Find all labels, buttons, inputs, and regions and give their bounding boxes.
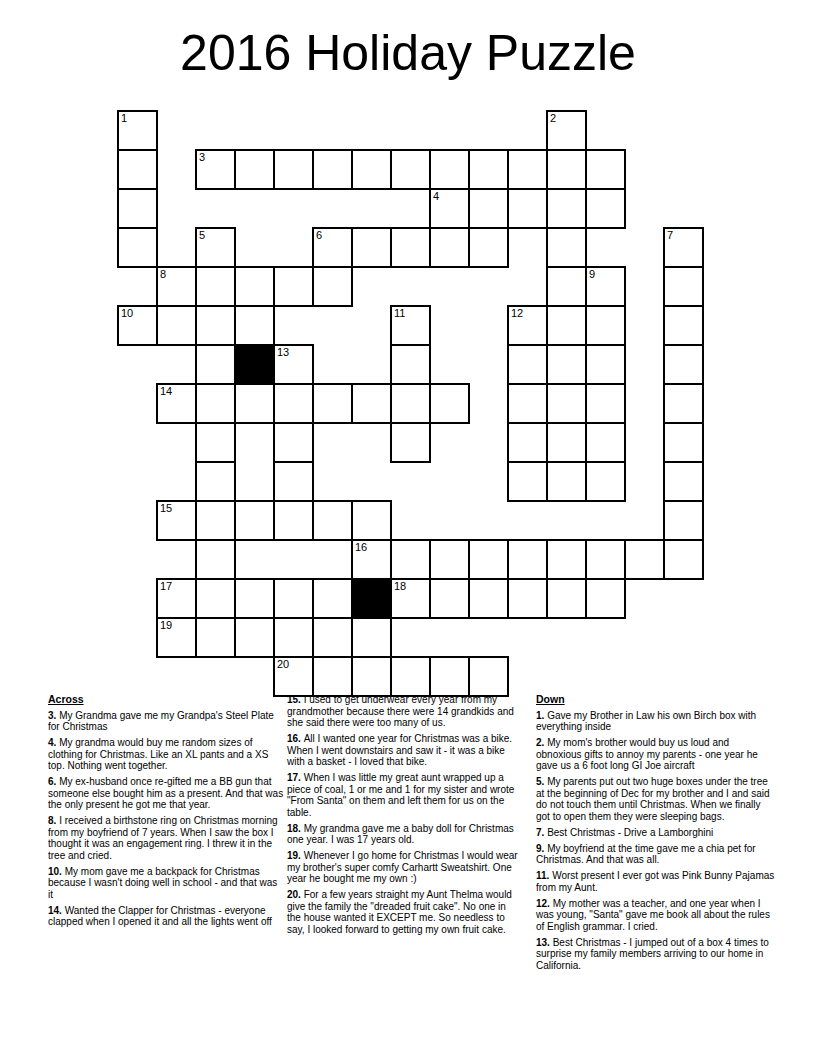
clue-down-11: 11. Worst present I ever got was Pink Bu… — [536, 870, 776, 893]
clue-number: 2. — [536, 737, 547, 748]
clue-across-3: 3. My Grandma gave me my Grandpa's Steel… — [48, 710, 284, 733]
grid-cell[interactable] — [117, 227, 158, 268]
grid-cell[interactable] — [468, 149, 509, 190]
clue-down-2: 2. My mom's brother would buy us loud an… — [536, 737, 776, 772]
grid-cell[interactable] — [312, 149, 353, 190]
cell-number: 12 — [511, 308, 523, 319]
grid-cell[interactable] — [195, 344, 236, 385]
clue-number: 5. — [536, 776, 547, 787]
clue-number: 20. — [287, 889, 304, 900]
clue-across-10: 10. My mom gave me a backpack for Christ… — [48, 866, 284, 901]
clue-column-across-1: Across3. My Grandma gave me my Grandpa's… — [48, 694, 284, 932]
clue-down-1: 1. Gave my Brother in Law his own Birch … — [536, 710, 776, 733]
cell-number: 6 — [316, 230, 322, 241]
clue-number: 19. — [287, 850, 304, 861]
clue-text: Best Christmas - Drive a Lamborghini — [547, 827, 713, 838]
grid-cell[interactable] — [585, 305, 626, 346]
clue-across-8: 8. I received a birthstone ring on Chris… — [48, 815, 284, 861]
grid-cell[interactable] — [195, 383, 236, 424]
clue-text: My mom gave me a backpack for Christmas … — [48, 866, 277, 900]
clue-text: My parents put out two huge boxes under … — [536, 776, 769, 822]
cell-number: 4 — [433, 191, 439, 202]
grid-cell[interactable] — [663, 422, 704, 463]
grid-cell[interactable] — [507, 149, 548, 190]
clue-across-18: 18. My grandma gave me a baby doll for C… — [287, 823, 521, 846]
grid-cell[interactable] — [429, 227, 470, 268]
grid-cell[interactable] — [351, 227, 392, 268]
grid-cell[interactable] — [468, 227, 509, 268]
clue-number: 7. — [536, 827, 547, 838]
clue-number: 3. — [48, 710, 59, 721]
clue-number: 8. — [48, 815, 59, 826]
cell-number: 8 — [160, 269, 166, 280]
page-title: 2016 Holiday Puzzle — [0, 24, 816, 82]
clue-text: When I was little my great aunt wrapped … — [287, 772, 514, 818]
clue-down-9: 9. My boyfriend at the time gave me a ch… — [536, 843, 776, 866]
grid-cell[interactable] — [663, 539, 704, 580]
clue-text: My grandma gave me a baby doll for Chris… — [287, 823, 514, 846]
grid-cell[interactable] — [273, 500, 314, 541]
grid-cell[interactable] — [546, 422, 587, 463]
grid-cell[interactable] — [234, 266, 275, 307]
grid-cell[interactable] — [195, 461, 236, 502]
clue-text: My ex-husband once re-gifted me a BB gun… — [48, 776, 283, 810]
grid-cell[interactable] — [351, 383, 392, 424]
grid-cell[interactable] — [546, 461, 587, 502]
grid-cell[interactable] — [546, 539, 587, 580]
black-cell — [351, 578, 392, 619]
clue-down-13: 13. Best Christmas - I jumped out of a b… — [536, 937, 776, 972]
grid-cell[interactable] — [312, 500, 353, 541]
grid-cell[interactable] — [429, 383, 470, 424]
grid-cell[interactable] — [117, 188, 158, 229]
grid-cell[interactable] — [585, 539, 626, 580]
clue-text: My mother was a teacher, and one year wh… — [536, 898, 770, 932]
clue-text: My grandma would buy me random sizes of … — [48, 737, 268, 771]
grid-cell[interactable] — [585, 149, 626, 190]
clue-text: Best Christmas - I jumped out of a box 4… — [536, 937, 769, 971]
grid-cell[interactable] — [390, 422, 431, 463]
grid-cell[interactable] — [663, 461, 704, 502]
clue-number: 18. — [287, 823, 304, 834]
clue-number: 4. — [48, 737, 59, 748]
clue-column-down: Down1. Gave my Brother in Law his own Bi… — [536, 694, 776, 976]
grid-cell[interactable] — [546, 344, 587, 385]
clue-down-5: 5. My parents put out two huge boxes und… — [536, 776, 776, 822]
cell-number: 20 — [277, 659, 289, 670]
clue-number: 6. — [48, 776, 59, 787]
cell-number: 11 — [394, 308, 405, 319]
cell-number: 10 — [121, 308, 133, 319]
grid-cell[interactable] — [195, 266, 236, 307]
clue-text: Whenever I go home for Christmas I would… — [287, 850, 518, 884]
clue-text: All I wanted one year for Christmas was … — [287, 733, 512, 767]
cell-number: 19 — [160, 620, 172, 631]
grid-cell[interactable] — [273, 422, 314, 463]
grid-cell[interactable] — [663, 344, 704, 385]
cell-number: 5 — [199, 230, 205, 241]
cell-number: 16 — [355, 542, 367, 553]
grid-cell[interactable] — [546, 266, 587, 307]
grid-cell[interactable] — [390, 656, 431, 697]
grid-cell[interactable] — [507, 188, 548, 229]
grid-cell[interactable] — [234, 305, 275, 346]
clue-text: Worst present I ever got was Pink Bunny … — [536, 870, 774, 893]
clue-text: For a few years straight my Aunt Thelma … — [287, 889, 512, 935]
grid-cell[interactable] — [585, 383, 626, 424]
grid-cell[interactable] — [468, 578, 509, 619]
grid-cell[interactable] — [234, 149, 275, 190]
clue-text: Wanted the Clapper for Christmas - every… — [48, 905, 272, 928]
grid-cell[interactable] — [507, 383, 548, 424]
clue-number: 12. — [536, 898, 553, 909]
grid-cell[interactable] — [195, 305, 236, 346]
grid-cell[interactable] — [507, 539, 548, 580]
grid-cell[interactable] — [351, 656, 392, 697]
grid-cell[interactable] — [663, 500, 704, 541]
grid-cell[interactable] — [390, 539, 431, 580]
grid-cell[interactable] — [234, 383, 275, 424]
cell-number: 7 — [667, 230, 673, 241]
grid-cell[interactable] — [312, 656, 353, 697]
clue-across-17: 17. When I was little my great aunt wrap… — [287, 772, 521, 818]
black-cell — [234, 344, 275, 385]
grid-cell[interactable] — [546, 149, 587, 190]
grid-cell[interactable] — [273, 617, 314, 658]
cell-number: 17 — [160, 581, 172, 592]
clue-across-19: 19. Whenever I go home for Christmas I w… — [287, 850, 521, 885]
clue-across-16: 16. All I wanted one year for Christmas … — [287, 733, 521, 768]
grid-cell[interactable] — [273, 461, 314, 502]
grid-cell[interactable] — [351, 617, 392, 658]
clue-down-12: 12. My mother was a teacher, and one yea… — [536, 898, 776, 933]
clue-across-6: 6. My ex-husband once re-gifted me a BB … — [48, 776, 284, 811]
grid-cell[interactable] — [312, 578, 353, 619]
grid-cell[interactable] — [585, 578, 626, 619]
grid-cell[interactable] — [429, 656, 470, 697]
down-heading: Down — [536, 694, 776, 706]
clue-down-7: 7. Best Christmas - Drive a Lamborghini — [536, 827, 776, 839]
clue-number: 11. — [536, 870, 552, 881]
clue-number: 15. — [287, 694, 304, 705]
clue-number: 9. — [536, 843, 547, 854]
grid-cell[interactable] — [351, 149, 392, 190]
grid-cell[interactable] — [312, 617, 353, 658]
grid-cell[interactable] — [585, 344, 626, 385]
grid-cell[interactable] — [585, 461, 626, 502]
grid-cell[interactable] — [234, 500, 275, 541]
cell-number: 1 — [121, 113, 127, 124]
grid-cell[interactable] — [195, 539, 236, 580]
grid-cell[interactable] — [663, 383, 704, 424]
cell-number: 9 — [589, 269, 595, 280]
clue-column-across-2: 15. I used to get underwear every year f… — [287, 694, 521, 940]
grid-cell[interactable] — [195, 578, 236, 619]
grid-cell[interactable] — [429, 539, 470, 580]
grid-cell[interactable] — [624, 539, 665, 580]
clue-text: I received a birthstone ring on Christma… — [48, 815, 278, 861]
clue-across-20: 20. For a few years straight my Aunt The… — [287, 889, 521, 935]
grid-cell[interactable] — [468, 188, 509, 229]
cell-number: 2 — [550, 113, 556, 124]
grid-cell[interactable] — [273, 578, 314, 619]
grid-cell[interactable] — [117, 149, 158, 190]
grid-cell[interactable] — [546, 305, 587, 346]
grid-cell[interactable] — [273, 149, 314, 190]
grid-cell[interactable] — [234, 578, 275, 619]
grid-cell[interactable] — [546, 383, 587, 424]
grid-cell[interactable] — [156, 305, 197, 346]
grid-cell[interactable] — [273, 383, 314, 424]
grid-cell[interactable] — [507, 461, 548, 502]
grid-cell[interactable] — [546, 578, 587, 619]
across-heading: Across — [48, 694, 284, 706]
grid-cell[interactable] — [507, 422, 548, 463]
grid-cell[interactable] — [390, 149, 431, 190]
grid-cell[interactable] — [234, 617, 275, 658]
clue-number: 14. — [48, 905, 65, 916]
grid-cell[interactable] — [390, 383, 431, 424]
clue-text: My mom's brother would buy us loud and o… — [536, 737, 758, 771]
clue-number: 16. — [287, 733, 304, 744]
grid-cell[interactable] — [468, 656, 509, 697]
grid-cell[interactable] — [585, 188, 626, 229]
cell-number: 14 — [160, 386, 172, 397]
grid-cell[interactable] — [663, 266, 704, 307]
grid-cell[interactable] — [546, 188, 587, 229]
clue-number: 1. — [536, 710, 547, 721]
clue-across-4: 4. My grandma would buy me random sizes … — [48, 737, 284, 772]
grid-cell[interactable] — [390, 227, 431, 268]
cell-number: 3 — [199, 152, 205, 163]
grid-cell[interactable] — [273, 266, 314, 307]
clue-text: My boyfriend at the time gave me a chia … — [536, 843, 756, 866]
grid-cell[interactable] — [429, 149, 470, 190]
grid-cell[interactable] — [468, 539, 509, 580]
crossword-grid: 1234567891011121314151617181920 — [117, 110, 704, 697]
grid-cell[interactable] — [429, 578, 470, 619]
cell-number: 13 — [277, 347, 289, 358]
grid-cell[interactable] — [312, 266, 353, 307]
clue-text: My Grandma gave me my Grandpa's Steel Pl… — [48, 710, 274, 733]
grid-cell[interactable] — [507, 344, 548, 385]
clue-text: Gave my Brother in Law his own Birch box… — [536, 710, 756, 733]
grid-cell[interactable] — [546, 227, 587, 268]
grid-cell[interactable] — [663, 305, 704, 346]
clue-number: 13. — [536, 937, 553, 948]
grid-cell[interactable] — [390, 344, 431, 385]
cell-number: 15 — [160, 503, 172, 514]
grid-cell[interactable] — [312, 383, 353, 424]
grid-cell[interactable] — [351, 500, 392, 541]
cell-number: 18 — [394, 581, 406, 592]
grid-cell[interactable] — [585, 422, 626, 463]
clue-number: 10. — [48, 866, 65, 877]
grid-cell[interactable] — [195, 500, 236, 541]
clue-across-14: 14. Wanted the Clapper for Christmas - e… — [48, 905, 284, 928]
grid-cell[interactable] — [195, 617, 236, 658]
clue-across-15: 15. I used to get underwear every year f… — [287, 694, 521, 729]
clue-text: I used to get underwear every year from … — [287, 694, 514, 728]
grid-cell[interactable] — [195, 422, 236, 463]
grid-cell[interactable] — [507, 578, 548, 619]
clue-number: 17. — [287, 772, 304, 783]
